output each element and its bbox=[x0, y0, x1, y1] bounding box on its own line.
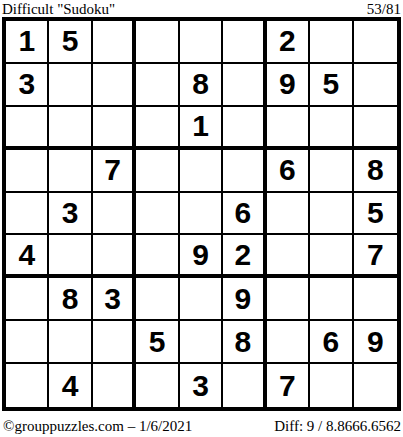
cell-r1c8-empty[interactable] bbox=[310, 21, 353, 64]
cell-r5c7-empty[interactable] bbox=[267, 193, 310, 236]
cell-r5c1-empty[interactable] bbox=[6, 193, 49, 236]
cell-r7c3-given: 3 bbox=[93, 278, 136, 321]
cell-r2c8-given: 5 bbox=[310, 64, 353, 107]
cell-r6c6-given: 2 bbox=[223, 235, 266, 278]
cell-r4c7-given: 6 bbox=[267, 150, 310, 193]
cell-r7c4-empty[interactable] bbox=[136, 278, 179, 321]
cell-r6c2-empty[interactable] bbox=[49, 235, 92, 278]
cell-r3c2-empty[interactable] bbox=[49, 107, 92, 150]
cell-r1c3-empty[interactable] bbox=[93, 21, 136, 64]
cell-r3c3-empty[interactable] bbox=[93, 107, 136, 150]
cell-r7c5-empty[interactable] bbox=[180, 278, 223, 321]
cell-r7c9-empty[interactable] bbox=[354, 278, 397, 321]
cell-r7c6-given: 9 bbox=[223, 278, 266, 321]
cell-r5c5-empty[interactable] bbox=[180, 193, 223, 236]
difficulty-text: Diff: 9 / 8.8666.6562 bbox=[274, 418, 401, 435]
cell-r8c8-given: 6 bbox=[310, 321, 353, 364]
cell-r5c4-empty[interactable] bbox=[136, 193, 179, 236]
cell-r1c5-empty[interactable] bbox=[180, 21, 223, 64]
cell-r1c2-given: 5 bbox=[49, 21, 92, 64]
cell-r9c7-given: 7 bbox=[267, 364, 310, 407]
cell-r1c9-empty[interactable] bbox=[354, 21, 397, 64]
cell-r4c6-empty[interactable] bbox=[223, 150, 266, 193]
cell-r3c7-empty[interactable] bbox=[267, 107, 310, 150]
cell-r6c8-empty[interactable] bbox=[310, 235, 353, 278]
cell-r4c2-empty[interactable] bbox=[49, 150, 92, 193]
cell-r9c2-given: 4 bbox=[49, 364, 92, 407]
cell-r6c3-empty[interactable] bbox=[93, 235, 136, 278]
cell-r3c9-empty[interactable] bbox=[354, 107, 397, 150]
cell-r4c3-given: 7 bbox=[93, 150, 136, 193]
page-footer: ©grouppuzzles.com – 1/6/2021 Diff: 9 / 8… bbox=[3, 418, 401, 435]
cell-r3c1-empty[interactable] bbox=[6, 107, 49, 150]
cell-r6c4-empty[interactable] bbox=[136, 235, 179, 278]
cell-r8c9-given: 9 bbox=[354, 321, 397, 364]
cell-r4c9-given: 8 bbox=[354, 150, 397, 193]
cell-r3c8-empty[interactable] bbox=[310, 107, 353, 150]
cell-r3c5-given: 1 bbox=[180, 107, 223, 150]
cell-r4c1-empty[interactable] bbox=[6, 150, 49, 193]
cell-r2c3-empty[interactable] bbox=[93, 64, 136, 107]
cell-r5c6-given: 6 bbox=[223, 193, 266, 236]
cell-r7c8-empty[interactable] bbox=[310, 278, 353, 321]
cell-r2c4-empty[interactable] bbox=[136, 64, 179, 107]
empty-cell-counter: 53/81 bbox=[367, 1, 401, 17]
cell-r9c6-empty[interactable] bbox=[223, 364, 266, 407]
cell-r1c6-empty[interactable] bbox=[223, 21, 266, 64]
cell-r4c4-empty[interactable] bbox=[136, 150, 179, 193]
cell-r8c5-empty[interactable] bbox=[180, 321, 223, 364]
sudoku-board: 1523895176836549278395869437 bbox=[2, 17, 401, 411]
cell-r9c4-empty[interactable] bbox=[136, 364, 179, 407]
cell-r6c9-given: 7 bbox=[354, 235, 397, 278]
cell-r7c1-empty[interactable] bbox=[6, 278, 49, 321]
cell-r8c6-given: 8 bbox=[223, 321, 266, 364]
cell-r8c7-empty[interactable] bbox=[267, 321, 310, 364]
cell-r6c5-given: 9 bbox=[180, 235, 223, 278]
cell-r5c2-given: 3 bbox=[49, 193, 92, 236]
cell-r8c4-given: 5 bbox=[136, 321, 179, 364]
cell-r3c4-empty[interactable] bbox=[136, 107, 179, 150]
cell-r2c9-empty[interactable] bbox=[354, 64, 397, 107]
cell-r7c7-empty[interactable] bbox=[267, 278, 310, 321]
cell-r1c1-given: 1 bbox=[6, 21, 49, 64]
cell-r9c3-empty[interactable] bbox=[93, 364, 136, 407]
cell-r5c3-empty[interactable] bbox=[93, 193, 136, 236]
copyright-text: ©grouppuzzles.com – 1/6/2021 bbox=[3, 418, 192, 435]
cell-r8c1-empty[interactable] bbox=[6, 321, 49, 364]
cell-r8c2-empty[interactable] bbox=[49, 321, 92, 364]
cell-r8c3-empty[interactable] bbox=[93, 321, 136, 364]
cell-r2c1-given: 3 bbox=[6, 64, 49, 107]
cell-r5c9-given: 5 bbox=[354, 193, 397, 236]
cell-r5c8-empty[interactable] bbox=[310, 193, 353, 236]
cell-r9c8-empty[interactable] bbox=[310, 364, 353, 407]
cell-r4c8-empty[interactable] bbox=[310, 150, 353, 193]
cell-r6c7-empty[interactable] bbox=[267, 235, 310, 278]
cell-r4c5-empty[interactable] bbox=[180, 150, 223, 193]
cell-r9c9-empty[interactable] bbox=[354, 364, 397, 407]
cell-r2c2-empty[interactable] bbox=[49, 64, 92, 107]
cell-r2c6-empty[interactable] bbox=[223, 64, 266, 107]
page-header: Difficult "Sudoku" 53/81 bbox=[2, 0, 401, 17]
cell-r6c1-given: 4 bbox=[6, 235, 49, 278]
cell-r2c7-given: 9 bbox=[267, 64, 310, 107]
cell-r2c5-given: 8 bbox=[180, 64, 223, 107]
puzzle-title: Difficult "Sudoku" bbox=[2, 1, 115, 17]
cell-r9c1-empty[interactable] bbox=[6, 364, 49, 407]
cell-r7c2-given: 8 bbox=[49, 278, 92, 321]
cell-r3c6-empty[interactable] bbox=[223, 107, 266, 150]
cell-r1c4-empty[interactable] bbox=[136, 21, 179, 64]
cell-r9c5-given: 3 bbox=[180, 364, 223, 407]
cell-r1c7-given: 2 bbox=[267, 21, 310, 64]
